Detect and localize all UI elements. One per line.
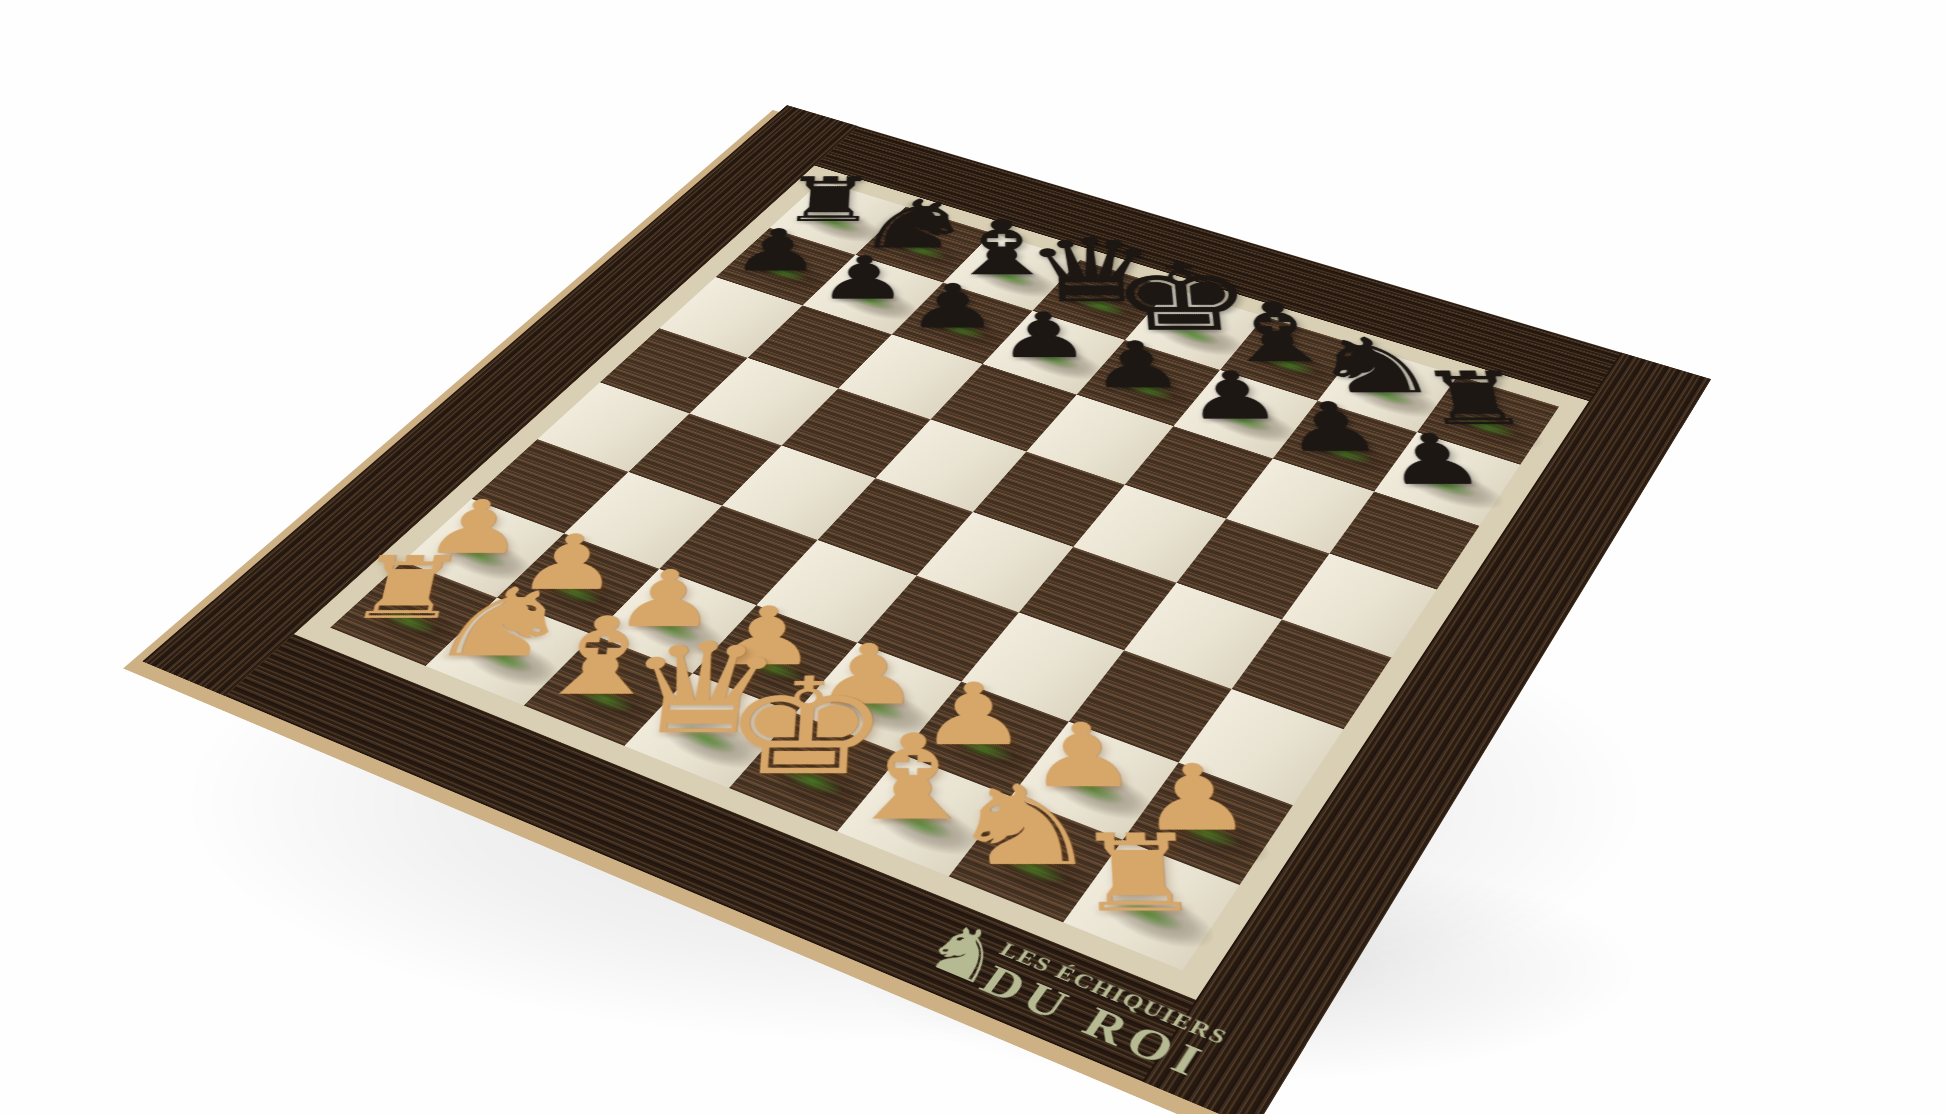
piece-white-pawn[interactable]: ♟: [899, 685, 1047, 753]
square-g2[interactable]: ♟: [1010, 722, 1179, 841]
piece-black-pawn[interactable]: ♟: [1364, 435, 1507, 491]
square-g4[interactable]: [1124, 583, 1282, 689]
piece-white-pawn[interactable]: ♟: [1008, 725, 1159, 796]
piece-shadow: [551, 669, 672, 737]
felt-base: [773, 761, 850, 802]
piece-shadow: [1150, 800, 1279, 875]
square-g1[interactable]: ♞: [948, 797, 1123, 923]
square-h2[interactable]: ♟: [1123, 763, 1293, 886]
piece-shadow: [452, 631, 571, 697]
page-background: ♜♞♝♛♚♝♞♜♟♟♟♟♟♟♟♟♟♟♟♟♟♟♟♟♜♞♝♛♚♝♞♜ ♞ LES É…: [0, 0, 1946, 1114]
piece-shadow: [652, 709, 775, 779]
felt-base: [567, 680, 641, 719]
square-c1[interactable]: ♝: [523, 635, 692, 746]
piece-white-knight[interactable]: ♞: [926, 781, 1122, 875]
square-d1[interactable]: ♛: [625, 674, 796, 789]
piece-white-rook[interactable]: ♜: [1051, 836, 1228, 921]
square-h4[interactable]: [1232, 620, 1391, 730]
square-f2[interactable]: ♟: [901, 682, 1069, 797]
felt-base: [1053, 769, 1131, 811]
square-e4[interactable]: [917, 512, 1073, 612]
felt-base: [881, 803, 959, 846]
felt-base: [469, 641, 541, 679]
square-g5[interactable]: [1176, 519, 1330, 620]
piece-white-pawn[interactable]: ♟: [1117, 766, 1274, 839]
square-h1[interactable]: ♜: [1063, 841, 1239, 971]
felt-base: [993, 847, 1073, 891]
piece-shadow: [865, 792, 993, 866]
square-e1[interactable]: ♚: [729, 714, 901, 832]
piece-shadow: [977, 835, 1107, 912]
piece-white-bishop[interactable]: ♝: [811, 736, 1011, 830]
piece-shadow: [928, 717, 1052, 787]
photo-scene: ♜♞♝♛♚♝♞♜♟♟♟♟♟♟♟♟♟♟♟♟♟♟♟♟♜♞♝♛♚♝♞♜ ♞ LES É…: [0, 0, 1946, 1114]
felt-base: [1166, 811, 1245, 854]
piece-shadow: [757, 750, 882, 822]
square-g3[interactable]: [1069, 650, 1232, 762]
piece-white-king[interactable]: ♚: [687, 680, 921, 787]
piece-shadow: [719, 638, 839, 704]
felt-base: [838, 687, 913, 726]
square-f3[interactable]: [962, 613, 1124, 722]
piece-shadow: [822, 677, 944, 745]
felt-base: [944, 727, 1020, 767]
piece-shadow: [1038, 758, 1164, 831]
square-h3[interactable]: [1179, 689, 1344, 805]
square-f1[interactable]: ♝: [837, 755, 1010, 877]
square-f4[interactable]: [1019, 547, 1176, 650]
felt-base: [1109, 892, 1190, 938]
square-h5[interactable]: [1282, 554, 1437, 658]
felt-base: [669, 719, 744, 759]
piece-shadow: [357, 594, 474, 658]
piece-shadow: [1092, 880, 1224, 960]
felt-base: [373, 603, 444, 640]
